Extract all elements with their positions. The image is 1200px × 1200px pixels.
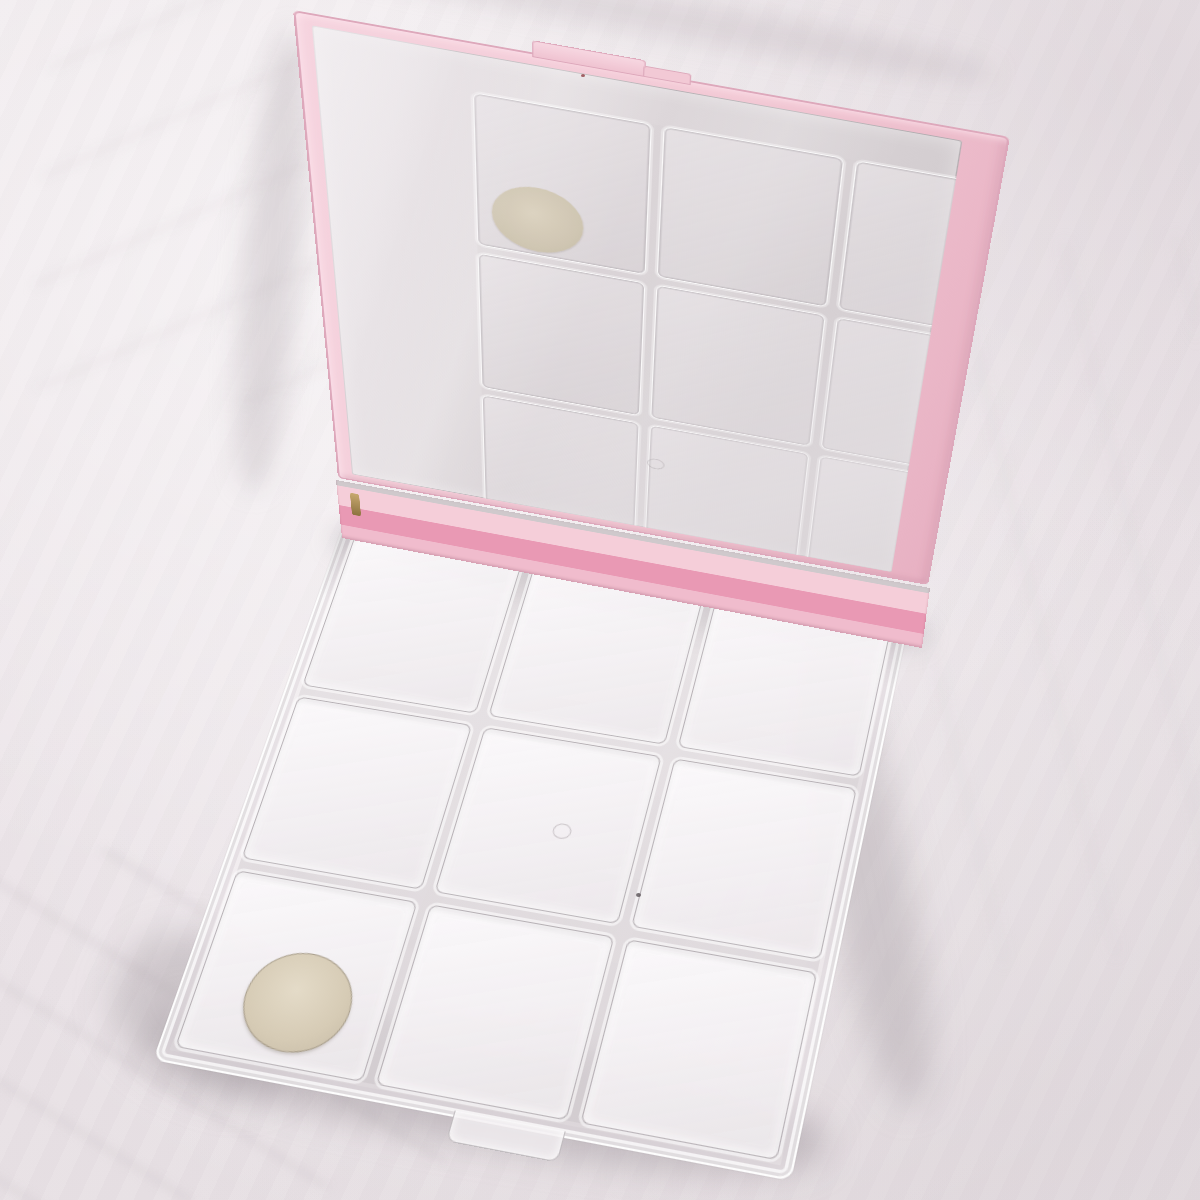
reflected-compartment — [657, 126, 844, 307]
dust-speck — [581, 74, 585, 77]
reflected-compartment — [805, 455, 962, 572]
hinge-pin — [350, 493, 361, 517]
reflected-magnet-sticker — [491, 180, 584, 260]
tray-clasp-tab — [446, 1111, 566, 1163]
reflected-compartment — [837, 160, 962, 339]
reflected-compartment — [820, 317, 962, 477]
lid-mirror — [312, 25, 962, 572]
tray-compartment — [375, 905, 614, 1121]
reflected-compartment — [473, 92, 652, 275]
photo-scene — [0, 0, 1200, 1200]
compartment-grid — [175, 535, 893, 1160]
lid-clasp-tab-step — [643, 66, 691, 86]
reflected-compartment — [478, 253, 646, 416]
tray-compartment — [241, 696, 472, 890]
dust-speck — [636, 893, 641, 897]
tray-compartment — [581, 940, 818, 1161]
tray-compartment — [631, 758, 857, 960]
mirror-reflection-grid — [473, 92, 963, 572]
tray-compartment — [434, 727, 662, 925]
mold-mark — [647, 457, 665, 470]
reflected-compartment — [651, 285, 826, 447]
